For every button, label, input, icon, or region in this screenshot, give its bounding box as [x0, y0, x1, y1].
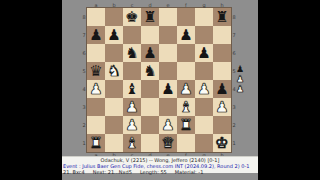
rank-label-2: 2	[82, 116, 86, 134]
square-c8[interactable]: ♚	[123, 8, 141, 26]
rank-label-8: 8	[232, 8, 236, 26]
square-g4[interactable]: ♟	[195, 80, 213, 98]
square-e4[interactable]: ♟	[159, 80, 177, 98]
square-a6[interactable]	[87, 44, 105, 62]
rank-label-2: 2	[232, 116, 236, 134]
piece-white-queen[interactable]: ♛	[159, 134, 177, 152]
square-h1[interactable]: ♚	[213, 134, 231, 152]
square-f3[interactable]: ♝	[177, 98, 195, 116]
square-c2[interactable]: ♟	[123, 116, 141, 134]
move-info-line: 21. Bxc4 Next: 21...Nxd5 Length: 55 Mate…	[63, 170, 258, 175]
square-d6[interactable]: ♟	[141, 44, 159, 62]
piece-white-bishop[interactable]: ♝	[177, 98, 195, 116]
captured-material-tray: ♟♟♟	[234, 64, 246, 94]
piece-black-knight[interactable]: ♞	[141, 62, 159, 80]
rank-label-7: 7	[82, 26, 86, 44]
square-h7[interactable]	[213, 26, 231, 44]
square-c4[interactable]: ♝	[123, 80, 141, 98]
material-balance: Material: -1	[175, 170, 204, 175]
rank-label-6: 6	[232, 44, 236, 62]
square-c7[interactable]	[123, 26, 141, 44]
piece-white-knight[interactable]: ♞	[105, 62, 123, 80]
square-h3[interactable]: ♟	[213, 98, 231, 116]
square-d8[interactable]: ♜	[141, 8, 159, 26]
square-e6[interactable]	[159, 44, 177, 62]
square-f4[interactable]: ♟	[177, 80, 195, 98]
rank-label-1: 1	[232, 134, 236, 152]
piece-black-pawn[interactable]: ♟	[141, 44, 159, 62]
piece-black-knight[interactable]: ♞	[123, 44, 141, 62]
caption-bar: Odachuk, V (2215) -- Wong, Jeffero (2140…	[62, 156, 258, 173]
rank-label-3: 3	[232, 98, 236, 116]
piece-black-queen[interactable]: ♛	[87, 62, 105, 80]
piece-white-pawn[interactable]: ♟	[213, 98, 231, 116]
square-a1[interactable]: ♜	[87, 134, 105, 152]
square-f5[interactable]	[177, 62, 195, 80]
square-h4[interactable]: ♟	[213, 80, 231, 98]
square-f2[interactable]: ♜	[177, 116, 195, 134]
piece-white-king[interactable]: ♚	[213, 134, 231, 152]
piece-white-rook[interactable]: ♜	[87, 134, 105, 152]
square-b8[interactable]	[105, 8, 123, 26]
square-b2[interactable]	[105, 116, 123, 134]
square-b3[interactable]	[105, 98, 123, 116]
rank-label-3: 3	[82, 98, 86, 116]
square-b1[interactable]	[105, 134, 123, 152]
piece-white-pawn[interactable]: ♟	[87, 80, 105, 98]
white-pawn-icon: ♟	[234, 74, 246, 84]
square-a3[interactable]	[87, 98, 105, 116]
piece-black-pawn[interactable]: ♟	[177, 26, 195, 44]
piece-white-bishop[interactable]: ♝	[123, 134, 141, 152]
square-d5[interactable]: ♞	[141, 62, 159, 80]
screenshot-stage: abcdefgh abcdefgh 87654321 87654321 ♚♜♜♟…	[0, 0, 320, 180]
square-a5[interactable]: ♛	[87, 62, 105, 80]
video-content-area: abcdefgh abcdefgh 87654321 87654321 ♚♜♜♟…	[62, 0, 258, 180]
piece-white-pawn[interactable]: ♟	[195, 80, 213, 98]
square-h5[interactable]	[213, 62, 231, 80]
square-h8[interactable]: ♜	[213, 8, 231, 26]
square-e3[interactable]	[159, 98, 177, 116]
square-e8[interactable]	[159, 8, 177, 26]
square-e2[interactable]: ♟	[159, 116, 177, 134]
square-g3[interactable]	[195, 98, 213, 116]
square-e5[interactable]	[159, 62, 177, 80]
square-d3[interactable]	[141, 98, 159, 116]
square-f1[interactable]	[177, 134, 195, 152]
piece-white-pawn[interactable]: ♟	[123, 98, 141, 116]
square-f8[interactable]	[177, 8, 195, 26]
square-h2[interactable]	[213, 116, 231, 134]
players-line: Odachuk, V (2215) -- Wong, Jeffero (2140…	[62, 158, 258, 163]
piece-black-bishop[interactable]: ♝	[123, 80, 141, 98]
square-g1[interactable]	[195, 134, 213, 152]
rank-label-1: 1	[82, 134, 86, 152]
square-c5[interactable]	[123, 62, 141, 80]
rank-label-8: 8	[82, 8, 86, 26]
piece-black-pawn[interactable]: ♟	[213, 80, 231, 98]
square-h6[interactable]	[213, 44, 231, 62]
piece-black-pawn[interactable]: ♟	[195, 44, 213, 62]
square-c3[interactable]: ♟	[123, 98, 141, 116]
board-wrap: abcdefgh abcdefgh 87654321 87654321 ♚♜♜♟…	[87, 8, 231, 152]
square-f7[interactable]: ♟	[177, 26, 195, 44]
square-d2[interactable]	[141, 116, 159, 134]
square-g8[interactable]	[195, 8, 213, 26]
last-move: 21. Bxc4	[63, 170, 85, 175]
square-g7[interactable]	[195, 26, 213, 44]
piece-white-pawn[interactable]: ♟	[123, 116, 141, 134]
white-pawn-icon: ♟	[234, 84, 246, 94]
square-d1[interactable]	[141, 134, 159, 152]
square-b6[interactable]	[105, 44, 123, 62]
square-e7[interactable]	[159, 26, 177, 44]
black-pawn-icon: ♟	[234, 64, 246, 74]
square-a8[interactable]	[87, 8, 105, 26]
piece-black-king[interactable]: ♚	[123, 8, 141, 26]
square-d4[interactable]	[141, 80, 159, 98]
rank-label-5: 5	[82, 62, 86, 80]
square-f6[interactable]	[177, 44, 195, 62]
piece-white-rook[interactable]: ♜	[177, 116, 195, 134]
next-move: Next: 21...Nxd5	[93, 170, 132, 175]
square-g2[interactable]	[195, 116, 213, 134]
square-b7[interactable]: ♟	[105, 26, 123, 44]
piece-black-rook[interactable]: ♜	[213, 8, 231, 26]
square-d7[interactable]	[141, 26, 159, 44]
square-c6[interactable]: ♞	[123, 44, 141, 62]
rank-label-6: 6	[82, 44, 86, 62]
square-b5[interactable]: ♞	[105, 62, 123, 80]
event-line: Event : Julius Baer Gen Cup Fide, chess.…	[63, 164, 258, 169]
chess-board: ♚♜♜♟♟♟♞♟♟♛♞♞♟♝♟♟♟♟♟♝♟♟♟♜♜♝♛♚	[87, 8, 231, 152]
square-b4[interactable]	[105, 80, 123, 98]
piece-black-pawn[interactable]: ♟	[87, 26, 105, 44]
piece-white-pawn[interactable]: ♟	[159, 116, 177, 134]
piece-black-rook[interactable]: ♜	[141, 8, 159, 26]
square-c1[interactable]: ♝	[123, 134, 141, 152]
square-a7[interactable]: ♟	[87, 26, 105, 44]
piece-black-pawn[interactable]: ♟	[105, 26, 123, 44]
piece-white-pawn[interactable]: ♟	[177, 80, 195, 98]
rank-label-7: 7	[232, 26, 236, 44]
game-length: Length: 55	[140, 170, 167, 175]
piece-black-pawn[interactable]: ♟	[159, 80, 177, 98]
rank-label-4: 4	[82, 80, 86, 98]
square-g5[interactable]	[195, 62, 213, 80]
square-a2[interactable]	[87, 116, 105, 134]
square-g6[interactable]: ♟	[195, 44, 213, 62]
square-a4[interactable]: ♟	[87, 80, 105, 98]
square-e1[interactable]: ♛	[159, 134, 177, 152]
